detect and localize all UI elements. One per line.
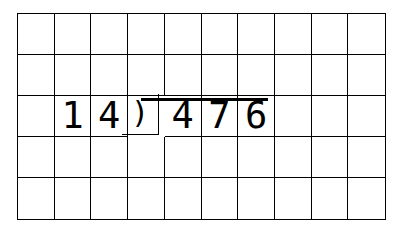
division-grid: 14)476 [17, 13, 386, 220]
grid-cell [165, 178, 202, 219]
grid-cell [348, 96, 385, 137]
grid-cell [348, 178, 385, 219]
grid-cell [165, 55, 202, 96]
grid-cell [238, 55, 275, 96]
grid-cell [91, 14, 128, 55]
digit-cell: 6 [238, 96, 275, 137]
grid-cell [91, 137, 128, 178]
grid-cell [312, 137, 349, 178]
grid-cell [202, 178, 239, 219]
grid-cell [128, 137, 165, 178]
digit-cell: 1 [55, 96, 92, 137]
digit-cell: 4 [165, 96, 202, 137]
grid-cell [18, 55, 55, 96]
grid-cell [91, 178, 128, 219]
grid-cell [202, 137, 239, 178]
grid-cell [275, 55, 312, 96]
grid-cell [55, 137, 92, 178]
grid-cell [238, 137, 275, 178]
grid-cell [312, 55, 349, 96]
grid-cell [312, 14, 349, 55]
grid-cell [202, 55, 239, 96]
grid-cell [348, 14, 385, 55]
grid-cell [18, 137, 55, 178]
grid-cell [91, 55, 128, 96]
grid-cell [238, 14, 275, 55]
grid-cell [55, 178, 92, 219]
division-worksheet: 14)476 [0, 0, 395, 231]
grid-cell [275, 178, 312, 219]
grid-cell [202, 14, 239, 55]
grid-cell [165, 137, 202, 178]
grid-cell [275, 14, 312, 55]
grid-cell [312, 96, 349, 137]
grid-cell [18, 14, 55, 55]
grid-cell [348, 55, 385, 96]
division-overline [141, 98, 268, 101]
grid-cell [55, 55, 92, 96]
grid-cell [348, 137, 385, 178]
grid-cell [165, 14, 202, 55]
grid-cell [18, 96, 55, 137]
digit-cell: 7 [202, 96, 239, 137]
grid-cell [275, 137, 312, 178]
grid-cell [128, 178, 165, 219]
grid-cell [312, 178, 349, 219]
grid-cell [128, 14, 165, 55]
grid-cell [18, 178, 55, 219]
grid-cell [238, 178, 275, 219]
grid-cell [55, 14, 92, 55]
grid-cell [275, 96, 312, 137]
grid-cell [128, 55, 165, 96]
